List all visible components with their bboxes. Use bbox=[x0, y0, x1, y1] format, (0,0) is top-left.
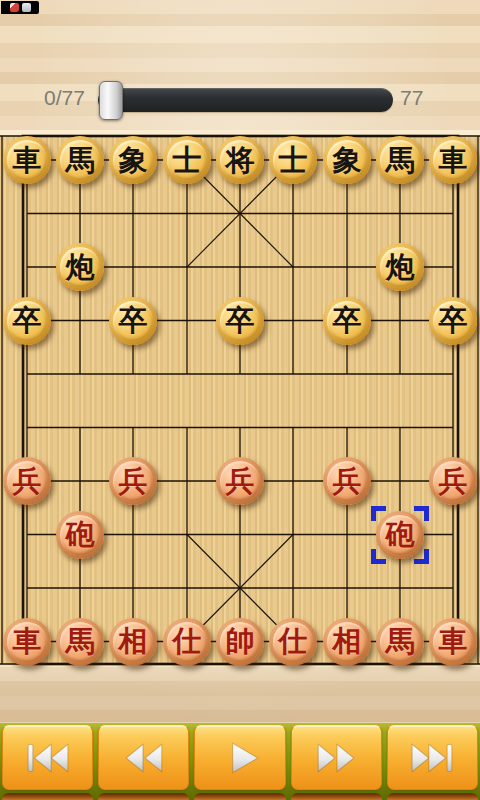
piece-face: 仕 bbox=[273, 622, 313, 662]
piece-black-advisor[interactable]: 士 bbox=[269, 136, 317, 184]
status-bar bbox=[1, 1, 39, 14]
piece-face: 相 bbox=[113, 622, 153, 662]
piece-character: 象 bbox=[333, 146, 362, 175]
piece-face: 士 bbox=[167, 140, 207, 180]
piece-red-elephant[interactable]: 相 bbox=[109, 618, 157, 666]
piece-red-elephant[interactable]: 相 bbox=[323, 618, 371, 666]
piece-face: 馬 bbox=[60, 140, 100, 180]
piece-character: 卒 bbox=[333, 306, 362, 335]
piece-face: 馬 bbox=[380, 622, 420, 662]
piece-character: 兵 bbox=[13, 467, 42, 496]
piece-face: 卒 bbox=[113, 301, 153, 341]
play-button[interactable] bbox=[194, 725, 285, 790]
piece-face: 仕 bbox=[167, 622, 207, 662]
piece-face: 砲 bbox=[60, 515, 100, 555]
piece-face: 卒 bbox=[327, 301, 367, 341]
piece-black-cannon[interactable]: 炮 bbox=[56, 243, 104, 291]
piece-character: 車 bbox=[439, 146, 468, 175]
piece-face: 帥 bbox=[220, 622, 260, 662]
piece-face: 砲 bbox=[380, 515, 420, 555]
piece-face: 相 bbox=[327, 622, 367, 662]
piece-black-soldier[interactable]: 卒 bbox=[109, 297, 157, 345]
piece-character: 卒 bbox=[226, 306, 255, 335]
piece-red-horse[interactable]: 馬 bbox=[376, 618, 424, 666]
piece-face: 炮 bbox=[60, 247, 100, 287]
piece-character: 車 bbox=[439, 627, 468, 656]
piece-character: 炮 bbox=[386, 253, 415, 282]
piece-character: 馬 bbox=[66, 146, 95, 175]
piece-character: 卒 bbox=[439, 306, 468, 335]
piece-character: 卒 bbox=[119, 306, 148, 335]
fast-forward-icon bbox=[313, 741, 359, 775]
piece-character: 仕 bbox=[173, 627, 202, 656]
piece-black-elephant[interactable]: 象 bbox=[109, 136, 157, 184]
fast-forward-button[interactable] bbox=[291, 725, 382, 790]
piece-red-chariot[interactable]: 車 bbox=[429, 618, 477, 666]
skip-forward-icon bbox=[409, 741, 455, 775]
piece-red-chariot[interactable]: 車 bbox=[3, 618, 51, 666]
piece-black-cannon[interactable]: 炮 bbox=[376, 243, 424, 291]
piece-character: 兵 bbox=[226, 467, 255, 496]
button-edge bbox=[194, 793, 285, 800]
board-grid bbox=[0, 130, 480, 667]
piece-character: 車 bbox=[13, 146, 42, 175]
slider-thumb[interactable] bbox=[99, 81, 123, 120]
piece-character: 砲 bbox=[386, 520, 415, 549]
piece-red-soldier[interactable]: 兵 bbox=[429, 457, 477, 505]
piece-red-soldier[interactable]: 兵 bbox=[109, 457, 157, 505]
piece-red-soldier[interactable]: 兵 bbox=[323, 457, 371, 505]
piece-red-soldier[interactable]: 兵 bbox=[3, 457, 51, 505]
piece-black-general[interactable]: 将 bbox=[216, 136, 264, 184]
piece-face: 象 bbox=[327, 140, 367, 180]
piece-face: 兵 bbox=[113, 461, 153, 501]
piece-face: 兵 bbox=[7, 461, 47, 501]
skip-back-icon bbox=[25, 741, 71, 775]
piece-character: 兵 bbox=[119, 467, 148, 496]
piece-character: 炮 bbox=[66, 253, 95, 282]
play-icon bbox=[217, 741, 263, 775]
piece-red-soldier[interactable]: 兵 bbox=[216, 457, 264, 505]
piece-face: 兵 bbox=[220, 461, 260, 501]
piece-character: 兵 bbox=[333, 467, 362, 496]
piece-black-chariot[interactable]: 車 bbox=[3, 136, 51, 184]
app-screen: 0/77 77 車馬象士将士象馬車炮炮卒卒卒卒卒兵兵兵兵兵砲砲車馬相仕帥仕相馬車 bbox=[0, 0, 480, 800]
piece-face: 士 bbox=[273, 140, 313, 180]
piece-character: 士 bbox=[173, 146, 202, 175]
button-edge bbox=[387, 793, 478, 800]
piece-character: 馬 bbox=[386, 146, 415, 175]
piece-face: 車 bbox=[7, 622, 47, 662]
piece-black-horse[interactable]: 馬 bbox=[376, 136, 424, 184]
skip-to-end-button[interactable] bbox=[387, 725, 478, 790]
next-button-row-edge bbox=[0, 793, 480, 800]
piece-face: 卒 bbox=[433, 301, 473, 341]
piece-face: 卒 bbox=[7, 301, 47, 341]
button-edge bbox=[291, 793, 382, 800]
piece-character: 士 bbox=[279, 146, 308, 175]
piece-character: 馬 bbox=[66, 627, 95, 656]
piece-black-soldier[interactable]: 卒 bbox=[3, 297, 51, 345]
piece-red-cannon[interactable]: 砲 bbox=[56, 511, 104, 559]
piece-character: 卒 bbox=[13, 306, 42, 335]
skip-to-start-button[interactable] bbox=[2, 725, 93, 790]
piece-character: 将 bbox=[226, 146, 255, 175]
piece-red-advisor[interactable]: 仕 bbox=[163, 618, 211, 666]
piece-black-chariot[interactable]: 車 bbox=[429, 136, 477, 184]
piece-face: 兵 bbox=[433, 461, 473, 501]
piece-face: 卒 bbox=[220, 301, 260, 341]
piece-black-horse[interactable]: 馬 bbox=[56, 136, 104, 184]
piece-red-general[interactable]: 帥 bbox=[216, 618, 264, 666]
piece-black-advisor[interactable]: 士 bbox=[163, 136, 211, 184]
piece-black-elephant[interactable]: 象 bbox=[323, 136, 371, 184]
piece-character: 砲 bbox=[66, 520, 95, 549]
usb-debugging-icon bbox=[10, 3, 19, 12]
piece-face: 車 bbox=[433, 140, 473, 180]
piece-face: 車 bbox=[433, 622, 473, 662]
piece-face: 兵 bbox=[327, 461, 367, 501]
xiangqi-board[interactable]: 車馬象士将士象馬車炮炮卒卒卒卒卒兵兵兵兵兵砲砲車馬相仕帥仕相馬車 bbox=[0, 130, 480, 667]
piece-black-soldier[interactable]: 卒 bbox=[216, 297, 264, 345]
playback-toolbar bbox=[0, 723, 480, 800]
button-edge bbox=[2, 793, 93, 800]
rewind-button[interactable] bbox=[98, 725, 189, 790]
piece-red-advisor[interactable]: 仕 bbox=[269, 618, 317, 666]
piece-red-cannon[interactable]: 砲 bbox=[376, 511, 424, 559]
piece-black-soldier[interactable]: 卒 bbox=[323, 297, 371, 345]
piece-face: 車 bbox=[7, 140, 47, 180]
notification-icon bbox=[22, 3, 31, 12]
piece-face: 象 bbox=[113, 140, 153, 180]
piece-character: 仕 bbox=[279, 627, 308, 656]
piece-face: 馬 bbox=[60, 622, 100, 662]
slider-track[interactable] bbox=[98, 88, 393, 112]
piece-character: 馬 bbox=[386, 627, 415, 656]
piece-face: 将 bbox=[220, 140, 260, 180]
move-counter-label: 0/77 bbox=[44, 86, 85, 110]
piece-character: 帥 bbox=[226, 627, 255, 656]
button-edge bbox=[98, 793, 189, 800]
piece-red-horse[interactable]: 馬 bbox=[56, 618, 104, 666]
piece-face: 炮 bbox=[380, 247, 420, 287]
piece-character: 車 bbox=[13, 627, 42, 656]
piece-character: 相 bbox=[119, 627, 148, 656]
slider-max-label: 77 bbox=[400, 86, 423, 110]
piece-black-soldier[interactable]: 卒 bbox=[429, 297, 477, 345]
piece-character: 相 bbox=[333, 627, 362, 656]
piece-character: 象 bbox=[119, 146, 148, 175]
piece-face: 馬 bbox=[380, 140, 420, 180]
rewind-icon bbox=[121, 741, 167, 775]
piece-character: 兵 bbox=[439, 467, 468, 496]
